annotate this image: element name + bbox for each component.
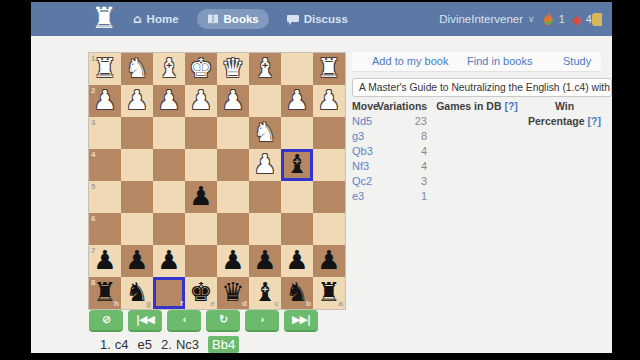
cancel-icon[interactable]: ⊘ [89, 310, 123, 332]
square-g8[interactable]: ♞g [121, 277, 153, 309]
square-b4[interactable]: ♝ [281, 149, 313, 181]
win-percentage-value [527, 189, 602, 204]
square-g5[interactable] [121, 181, 153, 213]
square-b6[interactable] [281, 213, 313, 245]
move-e5[interactable]: e5 [138, 337, 152, 352]
square-f3[interactable] [153, 117, 185, 149]
black-knight-b8[interactable]: ♞ [281, 277, 313, 309]
square-c1[interactable]: ♝ [249, 53, 281, 85]
square-e4[interactable] [185, 149, 217, 181]
variation-move-link[interactable]: Nf3 [352, 159, 377, 174]
streak-count: 1 [559, 13, 565, 25]
table-row-Qb3: Qb34 [352, 144, 602, 159]
square-e1[interactable]: ♚ [185, 53, 217, 85]
white-pawn-c4[interactable]: ♟ [249, 149, 281, 181]
square-g6[interactable] [121, 213, 153, 245]
square-e5[interactable]: ♟ [185, 181, 217, 213]
chat-icon [287, 14, 299, 25]
variations-table: MoveVariationsGames in DB [?]Win Percent… [352, 99, 602, 204]
study-link[interactable]: Study [563, 55, 591, 67]
nav-item-books[interactable]: Books [197, 9, 269, 29]
variation-move-link[interactable]: e3 [352, 189, 377, 204]
move-list: 1.c4e52.Nc3Bb4 [100, 336, 239, 353]
games-in-db-value [427, 144, 527, 159]
black-knight-g8[interactable]: ♞ [121, 277, 153, 309]
move-number: 2. [161, 337, 172, 352]
square-d2[interactable]: ♟ [217, 85, 249, 117]
streak-flame-icon [542, 12, 555, 26]
black-pawn-g7[interactable]: ♟ [121, 245, 153, 277]
variation-move-link[interactable]: Nd5 [352, 114, 377, 129]
table-row-Nd5: Nd523 [352, 114, 602, 129]
white-rook-h1[interactable]: ♜ [89, 53, 121, 85]
square-a7[interactable]: ♟ [313, 245, 345, 277]
games-in-db-value [427, 189, 527, 204]
square-e8[interactable]: ♚e [185, 277, 217, 309]
find-in-books-link[interactable]: Find in books [467, 55, 532, 67]
square-f7[interactable]: ♟ [153, 245, 185, 277]
user-area: DivineIntervener ∨ 1 ◆ 41 [439, 2, 598, 36]
square-h2[interactable]: ♟2 [89, 85, 121, 117]
variation-count: 4 [377, 159, 427, 174]
square-g3[interactable] [121, 117, 153, 149]
square-c5[interactable] [249, 181, 281, 213]
variation-count: 3 [377, 174, 427, 189]
black-rook-h8[interactable]: ♜ [89, 277, 121, 309]
square-e7[interactable] [185, 245, 217, 277]
games-in-db-value [427, 159, 527, 174]
black-pawn-h7[interactable]: ♟ [89, 245, 121, 277]
square-a1[interactable]: ♜ [313, 53, 345, 85]
black-pawn-e5[interactable]: ♟ [185, 181, 217, 213]
square-a4[interactable] [313, 149, 345, 181]
add-to-my-book-link[interactable]: Add to my book [372, 55, 448, 67]
table-row-g3: g38 [352, 129, 602, 144]
variation-count: 1 [377, 189, 427, 204]
nav-item-discuss[interactable]: Discuss [277, 9, 358, 29]
variation-move-link[interactable]: Qb3 [352, 144, 377, 159]
square-c4[interactable]: ♟ [249, 149, 281, 181]
square-b7[interactable]: ♟ [281, 245, 313, 277]
main-menu: ⌂HomeBooksDiscuss [123, 2, 358, 36]
square-b8[interactable]: ♞b [281, 277, 313, 309]
black-pawn-a7[interactable]: ♟ [313, 245, 345, 277]
square-c6[interactable] [249, 213, 281, 245]
square-h4[interactable]: 4 [89, 149, 121, 181]
square-d5[interactable] [217, 181, 249, 213]
white-king-e1[interactable]: ♚ [185, 53, 217, 85]
square-f5[interactable] [153, 181, 185, 213]
top-navbar: ♜ ⌂HomeBooksDiscuss DivineIntervener ∨ 1… [31, 2, 612, 36]
white-pawn-h2[interactable]: ♟ [89, 85, 121, 117]
square-g4[interactable] [121, 149, 153, 181]
book-actions-bar: Add to my book Find in books Study [352, 52, 601, 72]
board-controls: ⊘|◀◀‹↻›▶▶| [89, 310, 318, 332]
table-row-e3: e31 [352, 189, 602, 204]
square-e2[interactable]: ♟ [185, 85, 217, 117]
square-h3[interactable]: 3 [89, 117, 121, 149]
nav-item-label: Books [224, 13, 259, 25]
prev-move-icon[interactable]: ‹ [167, 310, 201, 332]
square-a3[interactable] [313, 117, 345, 149]
square-f2[interactable]: ♟ [153, 85, 185, 117]
square-d4[interactable] [217, 149, 249, 181]
games-in-db-value [427, 129, 527, 144]
square-g7[interactable]: ♟ [121, 245, 153, 277]
username[interactable]: DivineIntervener [439, 13, 523, 25]
table-header-row: MoveVariationsGames in DB [?]Win Percent… [352, 99, 602, 114]
square-h7[interactable]: ♟7 [89, 245, 121, 277]
nav-item-label: Discuss [304, 13, 348, 25]
square-a6[interactable] [313, 213, 345, 245]
gems-icon: ◆ [572, 13, 582, 26]
next-move-icon[interactable]: › [245, 310, 279, 332]
rank-label-5: 5 [91, 182, 95, 191]
black-pawn-b7[interactable]: ♟ [281, 245, 313, 277]
white-bishop-f1[interactable]: ♝ [153, 53, 185, 85]
move-Bb4[interactable]: Bb4 [208, 336, 239, 353]
square-d3[interactable] [217, 117, 249, 149]
book-title-field[interactable]: A Master's Guide to Neutralizing the Eng… [352, 78, 612, 97]
square-h8[interactable]: ♜8h [89, 277, 121, 309]
square-f1[interactable]: ♝ [153, 53, 185, 85]
square-h5[interactable]: 5 [89, 181, 121, 213]
move-Nc3[interactable]: Nc3 [176, 337, 199, 352]
cropped-icon [592, 13, 602, 26]
win-percentage-value [527, 159, 602, 174]
app-window: ♜ ⌂HomeBooksDiscuss DivineIntervener ∨ 1… [0, 0, 640, 360]
table-row-Qc2: Qc23 [352, 174, 602, 189]
square-c7[interactable]: ♟ [249, 245, 281, 277]
rook-logo-icon[interactable]: ♜ [91, 2, 117, 35]
white-bishop-c1[interactable]: ♝ [249, 53, 281, 85]
book-icon [207, 14, 219, 25]
square-e6[interactable] [185, 213, 217, 245]
square-c8[interactable]: ♝c [249, 277, 281, 309]
games-in-db-value [427, 174, 527, 189]
chevron-down-icon[interactable]: ∨ [528, 14, 535, 24]
square-f8[interactable]: f [153, 277, 185, 309]
file-label-f: f [180, 299, 183, 308]
black-bishop-b4[interactable]: ♝ [281, 149, 313, 181]
rank-label-6: 6 [91, 214, 95, 223]
white-pawn-f2[interactable]: ♟ [153, 85, 185, 117]
rank-label-4: 4 [91, 150, 95, 159]
win-percentage-value [527, 114, 602, 129]
nav-item-label: Home [147, 13, 179, 25]
white-knight-c3[interactable]: ♞ [249, 117, 281, 149]
square-a5[interactable] [313, 181, 345, 213]
variation-move-link[interactable]: Qc2 [352, 174, 377, 189]
page-content: ♜ ⌂HomeBooksDiscuss DivineIntervener ∨ 1… [31, 2, 612, 353]
white-knight-g1[interactable]: ♞ [121, 53, 153, 85]
square-d8[interactable]: ♛d [217, 277, 249, 309]
square-b1[interactable] [281, 53, 313, 85]
square-d6[interactable] [217, 213, 249, 245]
square-h1[interactable]: ♜1 [89, 53, 121, 85]
flip-board-icon[interactable]: ↻ [206, 310, 240, 332]
games-in-db-value [427, 114, 527, 129]
square-b2[interactable]: ♟ [281, 85, 313, 117]
nav-item-home[interactable]: ⌂Home [123, 9, 189, 29]
table-row-Nf3: Nf34 [352, 159, 602, 174]
variation-move-link[interactable]: g3 [352, 129, 377, 144]
square-c2[interactable] [249, 85, 281, 117]
variation-count: 23 [377, 114, 427, 129]
chess-board[interactable]: ♜1♞♝♚♛♝♜♟2♟♟♟♟♟♟3♞4♟♝5♟6♟7♟♟♟♟♟♟♜8h♞gf♚e… [89, 53, 345, 309]
square-f6[interactable] [153, 213, 185, 245]
square-h6[interactable]: 6 [89, 213, 121, 245]
square-d7[interactable]: ♟ [217, 245, 249, 277]
square-e3[interactable] [185, 117, 217, 149]
win-percentage-value [527, 144, 602, 159]
win-percentage-value [527, 174, 602, 189]
square-d1[interactable]: ♛ [217, 53, 249, 85]
black-pawn-d7[interactable]: ♟ [217, 245, 249, 277]
move-number: 1. [100, 337, 111, 352]
win-percentage-value [527, 129, 602, 144]
square-a8[interactable]: ♜a [313, 277, 345, 309]
white-pawn-a2[interactable]: ♟ [313, 85, 345, 117]
streak-counter[interactable]: 1 [542, 12, 565, 26]
black-pawn-c7[interactable]: ♟ [249, 245, 281, 277]
square-c3[interactable]: ♞ [249, 117, 281, 149]
white-pawn-e2[interactable]: ♟ [185, 85, 217, 117]
black-queen-d8[interactable]: ♛ [217, 277, 249, 309]
white-queen-d1[interactable]: ♛ [217, 53, 249, 85]
square-a2[interactable]: ♟ [313, 85, 345, 117]
square-b5[interactable] [281, 181, 313, 213]
white-pawn-g2[interactable]: ♟ [121, 85, 153, 117]
variation-count: 8 [377, 129, 427, 144]
skip-end-icon[interactable]: ▶▶| [284, 310, 318, 332]
square-g2[interactable]: ♟ [121, 85, 153, 117]
move-c4[interactable]: c4 [115, 337, 129, 352]
rank-label-3: 3 [91, 118, 95, 127]
variation-count: 4 [377, 144, 427, 159]
skip-start-icon[interactable]: |◀◀ [128, 310, 162, 332]
square-f4[interactable] [153, 149, 185, 181]
square-g1[interactable]: ♞ [121, 53, 153, 85]
black-king-e8[interactable]: ♚ [185, 277, 217, 309]
square-b3[interactable] [281, 117, 313, 149]
white-pawn-d2[interactable]: ♟ [217, 85, 249, 117]
white-pawn-b2[interactable]: ♟ [281, 85, 313, 117]
home-icon: ⌂ [133, 13, 142, 25]
help-icon[interactable]: [?] [504, 100, 517, 112]
black-bishop-c8[interactable]: ♝ [249, 277, 281, 309]
black-rook-a8[interactable]: ♜ [313, 277, 345, 309]
black-pawn-f7[interactable]: ♟ [153, 245, 185, 277]
white-rook-a1[interactable]: ♜ [313, 53, 345, 85]
